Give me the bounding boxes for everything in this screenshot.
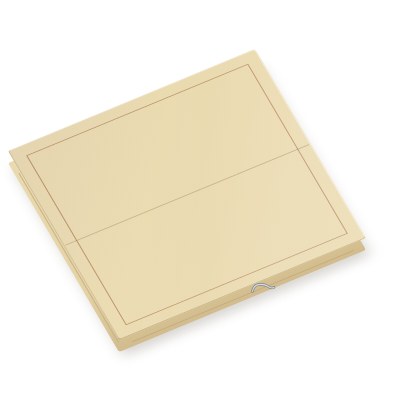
pieces-layer <box>0 0 400 400</box>
chess-set-photo <box>0 0 400 400</box>
